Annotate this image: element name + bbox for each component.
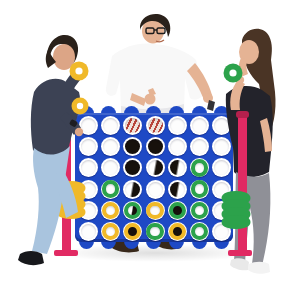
person-woman-right	[224, 29, 276, 274]
man-left-hand-down	[75, 128, 83, 136]
green-ring-held-hole	[229, 69, 236, 76]
green-ring-stack	[225, 194, 247, 225]
left-foot	[54, 250, 78, 256]
right-post-cap	[236, 111, 249, 118]
person-man-left	[18, 35, 89, 265]
product-photo-scene	[0, 0, 300, 300]
woman-sneaker-right	[248, 262, 270, 274]
woman-sneaker-left	[230, 258, 249, 270]
man-left-shoe	[18, 251, 44, 265]
right-post	[238, 114, 247, 254]
right-foot	[228, 250, 252, 256]
yellow-ring-on-post-hole	[77, 103, 83, 109]
frame-legs	[54, 111, 252, 256]
yellow-ring-held-hole	[75, 67, 82, 74]
front-figures	[0, 0, 300, 300]
